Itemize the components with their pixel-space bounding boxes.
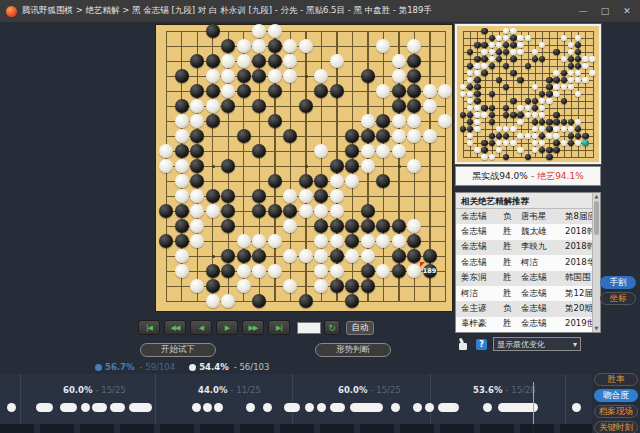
black-stone	[206, 189, 220, 203]
black-stone	[206, 24, 220, 38]
black-stone	[561, 70, 567, 76]
black-stone	[489, 140, 495, 146]
white-stone	[237, 264, 251, 278]
white-stone	[206, 69, 220, 83]
maximize-button[interactable]: □	[594, 2, 616, 20]
black-stone	[190, 159, 204, 173]
segment-fraction: - 11/25	[231, 385, 261, 395]
match-run	[263, 403, 272, 412]
white-stone	[525, 105, 531, 111]
white-stone	[510, 140, 516, 146]
star-point	[305, 165, 308, 168]
white-stone	[345, 249, 359, 263]
white-stone	[474, 126, 480, 132]
black-stone	[345, 144, 359, 158]
legend-fraction: - 56/103	[234, 362, 270, 372]
white-stone	[517, 119, 523, 125]
white-stone	[237, 279, 251, 293]
white-stone	[510, 28, 516, 34]
black-stone	[175, 144, 189, 158]
black-stone	[345, 234, 359, 248]
black-stone	[190, 129, 204, 143]
legend-item: 54.4%- 56/103	[189, 362, 269, 372]
black-stone	[481, 147, 487, 153]
black-stone	[175, 99, 189, 113]
black-stone	[221, 264, 235, 278]
black-stone	[489, 119, 495, 125]
white-stone	[190, 204, 204, 218]
record-cell: 胜	[503, 257, 521, 269]
black-stone	[283, 129, 297, 143]
black-stone	[299, 99, 313, 113]
black-stone	[546, 77, 552, 83]
black-stone	[206, 279, 220, 293]
match-run	[572, 403, 581, 412]
black-stone	[237, 249, 251, 263]
record-cell: 胜	[503, 226, 521, 238]
white-stone	[268, 264, 282, 278]
record-cell: 胜	[503, 288, 521, 300]
black-stone	[190, 174, 204, 188]
variation-mini-board[interactable]	[455, 24, 601, 164]
white-stone	[330, 234, 344, 248]
legend-dot-icon	[189, 364, 196, 371]
black-stone	[268, 204, 282, 218]
record-cell: 唐韦星	[521, 211, 565, 223]
white-stone	[314, 264, 328, 278]
white-stone	[392, 144, 406, 158]
segment-match-label: 60.0%- 15/25	[63, 385, 126, 395]
white-stone	[407, 159, 421, 173]
black-stone	[206, 114, 220, 128]
black-stone	[525, 63, 531, 69]
white-stone	[221, 84, 235, 98]
record-cell: 金志锡	[521, 288, 565, 300]
match-run	[317, 403, 326, 412]
black-stone	[345, 219, 359, 233]
black-stone	[553, 77, 559, 83]
black-stone	[407, 99, 421, 113]
white-stone	[159, 159, 173, 173]
black-stone	[392, 84, 406, 98]
black-stone	[525, 154, 531, 160]
white-stone	[474, 105, 480, 111]
black-stone	[407, 234, 421, 248]
black-stone	[510, 98, 516, 104]
legend-dot-icon	[95, 364, 102, 371]
match-rate-chart[interactable]: 60.0%- 15/2544.0%- 11/2560.0%- 15/2553.6…	[0, 374, 592, 433]
black-stone	[330, 219, 344, 233]
app-logo-icon	[6, 6, 17, 17]
white-stone	[438, 114, 452, 128]
try-moves-button[interactable]: 开始试下	[140, 343, 216, 357]
white-stone	[299, 189, 313, 203]
black-stone	[481, 28, 487, 34]
black-stone	[553, 140, 559, 146]
white-stone	[237, 54, 251, 68]
white-stone	[582, 77, 588, 83]
record-cell: 胜	[503, 272, 521, 284]
black-stone	[345, 129, 359, 143]
game-record-row[interactable]: 辜梓豪胜金志锡2019世	[456, 317, 600, 332]
black-stone	[268, 39, 282, 53]
black-stone	[481, 42, 487, 48]
match-run	[60, 403, 77, 412]
segment-fraction: - 15/25	[96, 385, 126, 395]
black-stone	[330, 84, 344, 98]
like-icon[interactable]	[458, 338, 470, 350]
star-point	[305, 75, 308, 78]
back-button[interactable]: ◀	[190, 320, 212, 335]
right-tab-胜率[interactable]: 胜率	[594, 373, 638, 386]
white-stone	[361, 234, 375, 248]
black-stone	[489, 63, 495, 69]
black-stone	[546, 84, 552, 90]
black-stone	[474, 56, 480, 62]
white-stone	[268, 69, 282, 83]
window-title: 腾讯野狐围棋 > 绝艺精解 > 黑 金志锡 [九段] 对 白 朴永训 [九段] …	[22, 5, 572, 17]
main-go-board[interactable]: 189	[155, 24, 453, 312]
secondary-bars-strip	[0, 424, 592, 433]
white-stone	[268, 234, 282, 248]
segment-match-label: 60.0%- 15/25	[338, 385, 401, 395]
black-stone	[517, 112, 523, 118]
white-stone	[481, 154, 487, 160]
white-stone	[561, 140, 567, 146]
record-cell: 李映九	[521, 241, 565, 253]
last-move-stone: 189	[423, 264, 437, 278]
black-stone	[314, 189, 328, 203]
fast-back-button[interactable]: ◀◀	[164, 320, 186, 335]
white-stone	[283, 69, 297, 83]
move-number-input[interactable]	[297, 322, 321, 334]
white-stone	[237, 234, 251, 248]
black-stone	[268, 174, 282, 188]
match-run	[330, 403, 345, 412]
white-stone	[314, 249, 328, 263]
black-stone	[299, 174, 313, 188]
black-stone	[206, 264, 220, 278]
black-stone	[221, 189, 235, 203]
segment-percent: 60.0%	[338, 385, 368, 395]
black-stone	[407, 249, 421, 263]
white-stone	[175, 129, 189, 143]
white-stone	[175, 174, 189, 188]
game-record-row[interactable]: 金志锡负唐韦星第8届应	[456, 209, 600, 224]
last-move-number: 189	[423, 264, 437, 278]
dropdown-value: 显示最优变化	[497, 339, 545, 350]
black-stone	[561, 77, 567, 83]
black-stone	[221, 39, 235, 53]
black-stone	[345, 159, 359, 173]
black-stone	[330, 159, 344, 173]
white-stone	[510, 49, 516, 55]
legend-fraction: - 59/104	[140, 362, 176, 372]
white-stone	[314, 234, 328, 248]
black-stone	[221, 219, 235, 233]
white-stone	[474, 112, 480, 118]
black-stone	[314, 174, 328, 188]
white-stone	[206, 204, 220, 218]
white-stone	[345, 174, 359, 188]
black-stone	[190, 84, 204, 98]
match-run	[391, 403, 400, 412]
black-stone	[510, 56, 516, 62]
black-stone	[474, 98, 480, 104]
white-stone	[221, 54, 235, 68]
black-stone	[252, 54, 266, 68]
white-stone	[553, 70, 559, 76]
black-stone	[407, 84, 421, 98]
black-stone	[361, 129, 375, 143]
black-stone	[407, 54, 421, 68]
white-stone	[361, 159, 375, 173]
white-stone	[517, 42, 523, 48]
white-stone	[283, 39, 297, 53]
white-stone	[330, 54, 344, 68]
match-run	[284, 403, 300, 412]
match-run	[413, 403, 422, 412]
black-stone	[546, 119, 552, 125]
star-point	[212, 165, 215, 168]
black-stone	[237, 84, 251, 98]
white-stone	[361, 249, 375, 263]
record-cell: 金志锡	[461, 226, 503, 238]
black-stone	[283, 204, 297, 218]
white-stone	[407, 219, 421, 233]
game-record-row[interactable]: 金志锡胜柯洁2018华	[456, 255, 600, 270]
white-stone	[589, 70, 595, 76]
white-stone	[283, 279, 297, 293]
white-stone	[474, 147, 480, 153]
white-stone	[330, 204, 344, 218]
match-run	[129, 403, 152, 412]
white-stone	[517, 105, 523, 111]
segment-match-label: 53.6%- 15/28	[473, 385, 536, 395]
black-stone	[489, 35, 495, 41]
jump-to-move-button[interactable]: ↻	[324, 320, 340, 335]
scrollbar-thumb[interactable]	[594, 201, 599, 235]
black-stone	[474, 42, 480, 48]
black-stone	[314, 84, 328, 98]
white-stone	[206, 294, 220, 308]
white-stone	[190, 189, 204, 203]
match-run	[192, 403, 201, 412]
white-stone	[376, 144, 390, 158]
white-stone	[376, 39, 390, 53]
white-stone	[561, 56, 567, 62]
ai-winrate: 绝艺94.1%	[537, 170, 584, 183]
record-cell: 金志锡	[461, 241, 503, 253]
white-stone	[175, 264, 189, 278]
black-stone	[474, 91, 480, 97]
white-stone	[407, 129, 421, 143]
white-stone	[438, 84, 452, 98]
right-tab-吻合度[interactable]: 吻合度	[594, 389, 638, 402]
last-move-button[interactable]: ▶|	[268, 320, 290, 335]
record-cell: 胜	[503, 241, 521, 253]
white-stone	[423, 99, 437, 113]
black-stone	[376, 219, 390, 233]
white-stone	[481, 49, 487, 55]
table-scrollbar[interactable]: ▲▼	[592, 193, 600, 332]
black-stone	[510, 42, 516, 48]
black-stone	[474, 84, 480, 90]
white-stone	[221, 294, 235, 308]
white-stone	[474, 70, 480, 76]
auto-play-button[interactable]: 自动	[346, 321, 374, 335]
first-move-button[interactable]: |◀	[138, 320, 160, 335]
white-stone	[299, 249, 313, 263]
match-run	[425, 403, 434, 412]
black-stone	[546, 126, 552, 132]
black-stone	[237, 129, 251, 143]
black-stone	[252, 69, 266, 83]
black-stone	[423, 249, 437, 263]
record-cell: 金志锡	[521, 318, 565, 330]
white-stone	[361, 144, 375, 158]
segment-fraction: - 15/25	[371, 385, 401, 395]
black-stone	[361, 219, 375, 233]
black-stone	[481, 70, 487, 76]
white-stone	[252, 39, 266, 53]
white-stone	[517, 133, 523, 139]
black-stone	[252, 144, 266, 158]
coordinates-button[interactable]: 坐标	[600, 292, 636, 305]
white-stone	[525, 112, 531, 118]
white-stone	[175, 114, 189, 128]
record-cell: 负	[503, 303, 521, 315]
match-run	[305, 403, 314, 412]
white-stone	[283, 249, 297, 263]
game-record-row[interactable]: 金志锡胜魏太雄2018韩	[456, 224, 600, 239]
white-stone	[392, 54, 406, 68]
black-stone	[503, 154, 509, 160]
black-stone	[221, 204, 235, 218]
black-stone	[392, 264, 406, 278]
black-stone	[175, 219, 189, 233]
white-stone	[252, 24, 266, 38]
white-stone	[589, 56, 595, 62]
white-stone	[553, 126, 559, 132]
star-point	[398, 165, 401, 168]
white-stone	[489, 154, 495, 160]
black-stone	[268, 84, 282, 98]
black-stone	[361, 279, 375, 293]
black-stone	[330, 249, 344, 263]
black-stone	[561, 98, 567, 104]
white-stone	[237, 39, 251, 53]
white-stone	[314, 279, 328, 293]
record-cell: 金志锡	[521, 272, 565, 284]
white-stone	[283, 219, 297, 233]
black-stone	[553, 112, 559, 118]
game-record-row[interactable]: 金主谚负金志锡第20期	[456, 301, 600, 316]
black-stone	[175, 234, 189, 248]
white-stone	[474, 63, 480, 69]
black-stone	[175, 204, 189, 218]
white-stone	[407, 114, 421, 128]
position-judge-button[interactable]: 形势判断	[315, 343, 391, 357]
white-stone	[190, 234, 204, 248]
forward-button[interactable]: ▶	[216, 320, 238, 335]
segment-percent: 60.0%	[63, 385, 93, 395]
match-run	[438, 403, 459, 412]
right-tab-关键时刻[interactable]: 关键时刻	[594, 421, 638, 433]
best-variation-dropdown[interactable]: 显示最优变化 ▾	[493, 337, 581, 351]
black-stone	[221, 159, 235, 173]
white-stone	[299, 204, 313, 218]
black-stone	[489, 105, 495, 111]
minimize-button[interactable]: —	[572, 2, 594, 20]
white-stone	[392, 114, 406, 128]
white-stone	[481, 112, 487, 118]
black-stone	[175, 69, 189, 83]
black-stone	[299, 294, 313, 308]
chevron-down-icon: ▾	[573, 340, 577, 349]
black-stone	[330, 279, 344, 293]
game-record-row[interactable]: 柯洁胜金志锡第12届	[456, 286, 600, 301]
black-stone	[553, 119, 559, 125]
black-stone	[252, 294, 266, 308]
title-bar: 腾讯野狐围棋 > 绝艺精解 > 黑 金志锡 [九段] 对 白 朴永训 [九段] …	[0, 0, 640, 22]
black-actual-winrate: 黑实战94.0%	[472, 170, 528, 183]
legend-percent: 54.4%	[199, 362, 229, 372]
star-point	[212, 255, 215, 258]
white-stone	[376, 84, 390, 98]
black-stone	[546, 147, 552, 153]
white-stone	[283, 189, 297, 203]
black-stone	[546, 91, 552, 97]
white-stone	[489, 49, 495, 55]
white-stone	[423, 84, 437, 98]
black-stone	[392, 99, 406, 113]
shouge-button[interactable]: 手割	[600, 276, 636, 289]
black-stone	[392, 219, 406, 233]
white-stone	[175, 189, 189, 203]
game-record-row[interactable]: 姜东润胜金志锡韩国围	[456, 271, 600, 286]
black-stone	[361, 204, 375, 218]
black-stone	[582, 133, 588, 139]
black-stone	[510, 70, 516, 76]
white-stone	[489, 56, 495, 62]
game-record-row[interactable]: 金志锡胜李映九2018韩	[456, 240, 600, 255]
black-stone	[361, 264, 375, 278]
close-button[interactable]: ✕	[616, 2, 638, 20]
match-run	[110, 403, 125, 412]
black-stone	[474, 77, 480, 83]
fast-forward-button[interactable]: ▶▶	[242, 320, 264, 335]
black-stone	[407, 69, 421, 83]
help-icon[interactable]: ?	[476, 339, 487, 350]
black-stone	[206, 54, 220, 68]
white-stone	[283, 54, 297, 68]
white-stone	[525, 133, 531, 139]
white-stone	[190, 219, 204, 233]
record-cell: 金志锡	[461, 211, 503, 223]
white-stone	[314, 204, 328, 218]
record-cell: 辜梓豪	[461, 318, 503, 330]
white-stone	[517, 147, 523, 153]
white-stone	[582, 63, 588, 69]
black-stone	[190, 54, 204, 68]
white-stone	[330, 264, 344, 278]
white-stone	[489, 42, 495, 48]
white-stone	[330, 189, 344, 203]
record-cell: 负	[503, 211, 521, 223]
right-tab-档案现场[interactable]: 档案现场	[594, 405, 638, 418]
match-run	[483, 403, 492, 412]
